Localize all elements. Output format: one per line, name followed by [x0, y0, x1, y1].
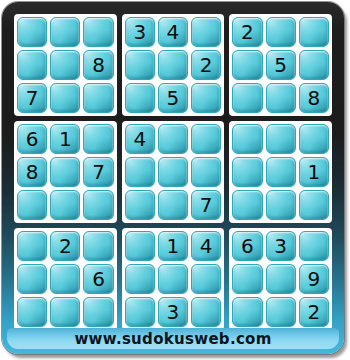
cell-r9c3[interactable] — [83, 297, 113, 327]
cell-r9c1[interactable] — [17, 297, 47, 327]
cell-r2c2[interactable] — [50, 50, 80, 80]
cell-r4c2[interactable]: 1 — [50, 124, 80, 154]
site-url: www.sudokusweb.com — [74, 330, 271, 348]
cell-r6c7[interactable] — [232, 190, 262, 220]
cell-r4c6[interactable] — [191, 124, 221, 154]
cell-r1c2[interactable] — [50, 17, 80, 47]
cell-r5c5[interactable] — [158, 157, 188, 187]
cell-r6c3[interactable] — [83, 190, 113, 220]
cell-r1c3[interactable] — [83, 17, 113, 47]
cell-r8c3[interactable]: 6 — [83, 264, 113, 294]
cell-r3c4[interactable] — [125, 83, 155, 113]
cell-r5c1[interactable]: 8 — [17, 157, 47, 187]
cell-r3c7[interactable] — [232, 83, 262, 113]
cell-r9c4[interactable] — [125, 297, 155, 327]
cell-r9c9[interactable]: 2 — [299, 297, 329, 327]
cell-r4c1[interactable]: 6 — [17, 124, 47, 154]
cell-r9c6[interactable] — [191, 297, 221, 327]
cell-r2c3[interactable]: 8 — [83, 50, 113, 80]
cell-r8c6[interactable] — [191, 264, 221, 294]
cell-r2c7[interactable] — [232, 50, 262, 80]
cell-r1c7[interactable]: 2 — [232, 17, 262, 47]
box-3: 258 — [229, 14, 332, 116]
cell-r2c5[interactable] — [158, 50, 188, 80]
cell-r3c6[interactable] — [191, 83, 221, 113]
cell-r1c1[interactable] — [17, 17, 47, 47]
cell-r4c4[interactable]: 4 — [125, 124, 155, 154]
cell-r7c3[interactable] — [83, 231, 113, 261]
cell-r5c9[interactable]: 1 — [299, 157, 329, 187]
cell-r1c9[interactable] — [299, 17, 329, 47]
cell-r3c9[interactable]: 8 — [299, 83, 329, 113]
page: 8734252586187471261436392 www.sudokusweb… — [0, 0, 350, 360]
cell-r5c8[interactable] — [266, 157, 296, 187]
cell-r4c3[interactable] — [83, 124, 113, 154]
box-1: 87 — [14, 14, 117, 116]
cell-r4c5[interactable] — [158, 124, 188, 154]
cell-r6c5[interactable] — [158, 190, 188, 220]
cell-r1c4[interactable]: 3 — [125, 17, 155, 47]
cell-r6c8[interactable] — [266, 190, 296, 220]
cell-r2c4[interactable] — [125, 50, 155, 80]
cell-r8c5[interactable] — [158, 264, 188, 294]
box-9: 6392 — [229, 228, 332, 330]
cell-r6c6[interactable]: 7 — [191, 190, 221, 220]
board-frame: 8734252586187471261436392 www.sudokusweb… — [2, 2, 344, 354]
cell-r7c4[interactable] — [125, 231, 155, 261]
cell-r2c6[interactable]: 2 — [191, 50, 221, 80]
cell-r4c8[interactable] — [266, 124, 296, 154]
cell-r7c8[interactable]: 3 — [266, 231, 296, 261]
cell-r9c5[interactable]: 3 — [158, 297, 188, 327]
cell-r3c2[interactable] — [50, 83, 80, 113]
cell-r7c1[interactable] — [17, 231, 47, 261]
cell-r2c8[interactable]: 5 — [266, 50, 296, 80]
cell-r2c9[interactable] — [299, 50, 329, 80]
cell-r7c5[interactable]: 1 — [158, 231, 188, 261]
sudoku-board: 8734252586187471261436392 — [14, 14, 332, 330]
cell-r3c1[interactable]: 7 — [17, 83, 47, 113]
cell-r7c7[interactable]: 6 — [232, 231, 262, 261]
cell-r6c4[interactable] — [125, 190, 155, 220]
cell-r3c3[interactable] — [83, 83, 113, 113]
cell-r7c9[interactable] — [299, 231, 329, 261]
cell-r3c8[interactable] — [266, 83, 296, 113]
cell-r5c7[interactable] — [232, 157, 262, 187]
cell-r9c8[interactable] — [266, 297, 296, 327]
cell-r9c7[interactable] — [232, 297, 262, 327]
cell-r7c6[interactable]: 4 — [191, 231, 221, 261]
cell-r8c7[interactable] — [232, 264, 262, 294]
cell-r4c7[interactable] — [232, 124, 262, 154]
cell-r8c8[interactable] — [266, 264, 296, 294]
cell-r5c6[interactable] — [191, 157, 221, 187]
box-4: 6187 — [14, 121, 117, 223]
cell-r8c1[interactable] — [17, 264, 47, 294]
box-5: 47 — [122, 121, 225, 223]
cell-r4c9[interactable] — [299, 124, 329, 154]
cell-r1c8[interactable] — [266, 17, 296, 47]
box-6: 1 — [229, 121, 332, 223]
cell-r5c2[interactable] — [50, 157, 80, 187]
cell-r6c2[interactable] — [50, 190, 80, 220]
cell-r6c1[interactable] — [17, 190, 47, 220]
cell-r5c3[interactable]: 7 — [83, 157, 113, 187]
cell-r1c5[interactable]: 4 — [158, 17, 188, 47]
cell-r8c9[interactable]: 9 — [299, 264, 329, 294]
cell-r7c2[interactable]: 2 — [50, 231, 80, 261]
box-7: 26 — [14, 228, 117, 330]
cell-r1c6[interactable] — [191, 17, 221, 47]
box-8: 143 — [122, 228, 225, 330]
cell-r9c2[interactable] — [50, 297, 80, 327]
cell-r3c5[interactable]: 5 — [158, 83, 188, 113]
cell-r8c2[interactable] — [50, 264, 80, 294]
cell-r8c4[interactable] — [125, 264, 155, 294]
cell-r5c4[interactable] — [125, 157, 155, 187]
cell-r2c1[interactable] — [17, 50, 47, 80]
cell-r6c9[interactable] — [299, 190, 329, 220]
site-footer: www.sudokusweb.com — [7, 328, 339, 349]
box-2: 3425 — [122, 14, 225, 116]
